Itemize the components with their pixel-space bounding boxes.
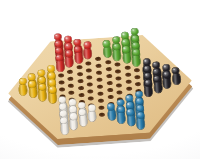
hole-c10-i3[interactable]	[115, 69, 121, 74]
peg-green[interactable]	[112, 43, 122, 61]
peg-blue[interactable]	[116, 106, 126, 124]
peg-body	[144, 85, 153, 97]
peg-head	[68, 99, 75, 106]
peg-body	[127, 114, 136, 126]
hole-c8-i8[interactable]	[99, 113, 105, 118]
hole-c8-i5[interactable]	[97, 92, 103, 97]
hole-c9-i2[interactable]	[105, 66, 111, 71]
peg-green[interactable]	[131, 49, 141, 67]
hole-c11-i4[interactable]	[125, 72, 131, 77]
peg-body	[48, 91, 57, 103]
hole-c9-i1[interactable]	[105, 59, 111, 64]
peg-head	[65, 50, 72, 57]
hole-c11-i6[interactable]	[126, 86, 132, 91]
hole-c9-i6[interactable]	[107, 94, 113, 99]
peg-black[interactable]	[171, 67, 181, 85]
peg-green[interactable]	[102, 40, 112, 58]
peg-body	[132, 54, 141, 66]
peg-white[interactable]	[68, 113, 78, 131]
peg-head	[84, 42, 91, 49]
peg-red[interactable]	[55, 54, 65, 72]
peg-head	[47, 72, 54, 79]
peg-body	[163, 76, 172, 88]
hole-c4-i5[interactable]	[58, 80, 64, 85]
peg-body	[65, 55, 74, 67]
peg-head	[47, 65, 54, 72]
hole-c8-i2[interactable]	[96, 71, 102, 76]
peg-head	[144, 79, 151, 86]
peg-green[interactable]	[122, 46, 132, 64]
hole-c8-i7[interactable]	[98, 106, 104, 111]
hole-c7-i4[interactable]	[87, 82, 93, 87]
peg-head	[112, 36, 119, 43]
peg-body	[84, 47, 93, 59]
hole-c9-i5[interactable]	[107, 87, 113, 92]
peg-body	[69, 118, 78, 130]
peg-black[interactable]	[162, 71, 172, 89]
peg-yellow[interactable]	[18, 78, 28, 96]
peg-body	[56, 59, 65, 71]
hole-c4-i6[interactable]	[59, 87, 65, 92]
peg-body	[172, 72, 181, 84]
peg-body	[60, 122, 69, 134]
hole-c7-i1[interactable]	[86, 61, 92, 66]
hole-c7-i5[interactable]	[88, 89, 94, 94]
peg-body	[153, 81, 162, 93]
hole-c7-i3[interactable]	[87, 75, 93, 80]
peg-blue[interactable]	[126, 109, 136, 127]
hole-c7-i2[interactable]	[86, 68, 92, 73]
peg-red[interactable]	[73, 46, 83, 64]
hole-c9-i4[interactable]	[106, 80, 112, 85]
hole-c5-i3[interactable]	[67, 69, 73, 74]
hole-c10-i4[interactable]	[116, 76, 122, 81]
hole-c8-i3[interactable]	[96, 78, 102, 83]
hole-c11-i3[interactable]	[124, 65, 130, 70]
peg-body	[117, 111, 126, 123]
peg-body	[107, 108, 116, 120]
peg-blue[interactable]	[136, 111, 146, 129]
peg-body	[103, 46, 112, 58]
hole-c11-i5[interactable]	[125, 79, 131, 84]
peg-body	[122, 51, 131, 63]
hole-c10-i5[interactable]	[116, 83, 122, 88]
peg-body	[19, 83, 28, 95]
peg-body	[88, 110, 97, 122]
hole-c6-i4[interactable]	[77, 79, 83, 84]
hole-c6-i3[interactable]	[77, 72, 83, 77]
hole-c10-i2[interactable]	[115, 62, 121, 67]
peg-body	[79, 114, 88, 126]
peg-white[interactable]	[59, 117, 69, 135]
peg-black[interactable]	[152, 75, 162, 93]
hole-c8-i4[interactable]	[97, 85, 103, 90]
hole-c6-i5[interactable]	[78, 86, 84, 91]
hole-c4-i4[interactable]	[58, 73, 64, 78]
photo-of-chinese-checkers-set	[0, 0, 200, 159]
hole-c8-i0[interactable]	[95, 57, 101, 62]
peg-white[interactable]	[78, 108, 88, 126]
hole-c9-i3[interactable]	[106, 73, 112, 78]
hole-c8-i1[interactable]	[95, 64, 101, 69]
peg-blue[interactable]	[106, 103, 116, 121]
peg-head	[88, 104, 95, 111]
peg-yellow[interactable]	[38, 83, 48, 101]
hole-c6-i6[interactable]	[78, 93, 84, 98]
peg-body	[137, 117, 146, 129]
peg-head	[163, 71, 170, 78]
peg-body	[74, 51, 83, 63]
hole-c12-i6[interactable]	[135, 82, 141, 87]
hole-c12-i5[interactable]	[135, 75, 141, 80]
peg-body	[113, 48, 122, 60]
peg-head	[103, 40, 110, 47]
hole-c6-i2[interactable]	[76, 65, 82, 70]
peg-head	[117, 106, 124, 113]
peg-black[interactable]	[143, 79, 153, 97]
peg-white[interactable]	[87, 104, 97, 122]
peg-red[interactable]	[64, 50, 74, 68]
peg-yellow[interactable]	[47, 86, 57, 104]
peg-body	[38, 89, 47, 101]
hole-c8-i6[interactable]	[98, 99, 104, 104]
board-holes-and-pegs	[0, 0, 200, 159]
peg-yellow[interactable]	[28, 80, 38, 98]
hole-c12-i4[interactable]	[134, 68, 140, 73]
peg-head	[48, 86, 55, 93]
peg-body	[29, 86, 38, 98]
peg-red[interactable]	[83, 41, 93, 59]
hole-c5-i6[interactable]	[68, 90, 74, 95]
hole-c5-i4[interactable]	[67, 76, 73, 81]
hole-c7-i6[interactable]	[88, 96, 94, 101]
peg-head	[117, 99, 124, 106]
peg-head	[19, 78, 26, 85]
chinese-checkers-board	[0, 0, 200, 159]
peg-head	[69, 113, 76, 120]
peg-head	[107, 103, 114, 110]
hole-c5-i5[interactable]	[68, 83, 74, 88]
hole-c10-i6[interactable]	[116, 90, 122, 95]
peg-head	[113, 43, 120, 50]
